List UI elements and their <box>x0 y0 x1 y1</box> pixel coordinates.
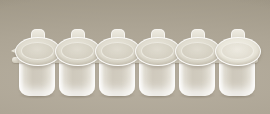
lid-top-surface <box>181 42 214 60</box>
lid-top-surface <box>21 42 54 60</box>
cup-6 <box>214 33 260 98</box>
photo-canvas <box>0 0 270 114</box>
lid-top-surface <box>61 42 94 60</box>
cup-2 <box>54 33 100 98</box>
cup-3 <box>94 33 140 98</box>
cup-4 <box>134 33 180 98</box>
cup-lid <box>215 37 261 66</box>
cup-5 <box>174 33 220 98</box>
lid-top-surface <box>141 42 174 60</box>
lid-top-surface <box>101 42 134 60</box>
cup-strip <box>0 0 270 114</box>
cup-1 <box>14 33 60 98</box>
lid-top-surface <box>221 42 254 60</box>
